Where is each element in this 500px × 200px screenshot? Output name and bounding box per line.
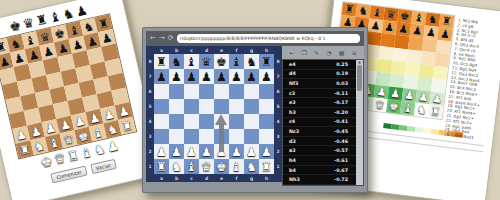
clear-button[interactable]: Vaciar [90,159,117,174]
eval-move: Nf3 [289,81,298,86]
square[interactable] [244,114,259,129]
eval-row[interactable]: c4-0.41 [283,118,356,128]
black-pawn: ♟ [384,21,395,33]
white-pawn: ♟ [376,86,387,98]
square[interactable]: ♟ [169,69,184,84]
black-king: ♚ [216,56,227,68]
white-bishop: ♝ [402,102,413,114]
black-knight: ♞ [358,5,369,17]
black-bishop: ♝ [413,12,424,24]
eval-move: e4 [289,62,296,67]
white-pawn[interactable]: ♟ [106,139,120,154]
square[interactable] [244,99,259,114]
black-bishop: ♝ [68,23,81,37]
white-pawn: ♟ [102,107,115,121]
black-knight: ♞ [171,56,182,68]
square[interactable]: ♟ [244,144,259,159]
square[interactable] [154,114,169,129]
black-bishop: ♝ [231,56,242,68]
white-pawn: ♟ [261,146,272,158]
black-pawn: ♟ [86,34,99,48]
square[interactable]: ♟ [244,69,259,84]
black-bishop: ♝ [186,56,197,68]
eval-row[interactable]: Nc3-0.45 [283,127,356,137]
square[interactable]: ♟ [184,144,199,159]
back-icon[interactable]: ← [289,49,294,56]
eval-move: b4 [289,168,296,173]
white-pawn: ♟ [171,146,182,158]
square[interactable]: ♝ [229,54,244,69]
eval-score: 0.25 [336,62,348,67]
black-pawn: ♟ [186,71,197,83]
square[interactable] [214,84,229,99]
white-bishop: ♝ [186,161,197,173]
rank-labels-right: 87654321 [274,54,282,174]
white-pawn: ♟ [59,118,72,132]
black-pawn: ♟ [201,71,212,83]
square[interactable]: ♟ [229,144,244,159]
coord-label: c [184,174,199,182]
black-pawn: ♟ [261,71,272,83]
square[interactable] [259,99,274,114]
eval-score: -0.20 [334,110,348,115]
eval-row[interactable]: e40.25 [283,60,356,70]
square[interactable]: ♜ [154,159,169,174]
white-knight: ♞ [171,161,182,173]
eval-row[interactable]: Nh3-0.72 [283,175,356,185]
white-pawn: ♟ [117,104,130,118]
eval-row[interactable]: b4-0.67 [283,166,356,176]
square[interactable]: ♟ [199,69,214,84]
coord-label: f [229,174,244,182]
black-pawn: ♟ [370,20,381,32]
white-king[interactable]: ♚ [39,154,53,169]
start-button[interactable]: Comenzar [50,166,87,184]
white-pawn: ♟ [404,89,415,101]
coord-label: b [169,174,184,182]
square[interactable] [259,114,274,129]
eval-score: -0.61 [334,158,348,163]
square[interactable] [169,129,184,144]
eval-score: -0.17 [334,100,348,105]
black-rook: ♜ [261,56,272,68]
file-labels-bottom: abcdefgh [154,174,274,182]
square[interactable]: ♟ [199,144,214,159]
eval-move: a3 [289,148,296,153]
square[interactable] [199,129,214,144]
white-pawn: ♟ [418,91,429,103]
eval-move: d4 [289,71,296,76]
white-rook: ♜ [120,119,133,133]
boards-icon[interactable]: ❐ [301,49,306,56]
black-pawn: ♟ [231,71,242,83]
square[interactable] [169,84,184,99]
white-knight: ♞ [33,139,46,153]
coord-label: 7 [274,69,282,84]
square[interactable] [229,129,244,144]
coord-label: 6 [274,84,282,99]
black-king: ♚ [399,10,410,22]
menu-icon[interactable]: ≡ [352,49,357,56]
white-bishop: ♝ [91,125,104,139]
white-queen: ♛ [374,99,385,111]
white-bishop: ♝ [47,135,60,149]
white-rook: ♜ [430,106,441,118]
black-queen: ♛ [201,56,212,68]
analysis-board[interactable]: ♜♞♝♛♚♝♞♜♟♟♟♟♟♟♟♟♟♟♟♟♟♟♟♟♜♞♝♛♚♝♞♜ [154,54,274,174]
eval-score: -0.41 [334,119,348,124]
white-rook: ♜ [18,142,31,156]
move-arrow-shaft [219,124,224,152]
square[interactable] [169,114,184,129]
clock-icon[interactable]: ◔ [326,49,331,56]
eval-score: 0.19 [336,71,348,76]
coord-label: h [259,174,274,182]
black-pawn: ♟ [398,23,409,35]
eval-move: h3 [289,110,296,115]
square[interactable] [229,84,244,99]
eval-score: -0.57 [334,148,348,153]
square[interactable] [199,84,214,99]
white-pawn: ♟ [156,146,167,158]
eval-score: -0.67 [334,168,348,173]
coord-label: 2 [274,144,282,159]
black-pawn: ♟ [216,71,227,83]
eval-score: -0.46 [334,139,348,144]
window-content: abcdefgh abcdefgh 87654321 87654321 ♜♞♝♛… [146,46,364,186]
square[interactable]: ♟ [259,69,274,84]
square[interactable] [199,114,214,129]
forward-icon[interactable]: → [159,35,165,42]
reload-icon[interactable]: ⟳ [168,35,174,42]
square[interactable] [229,99,244,114]
engine-eval-panel: e40.25d40.19Nf30.03c3-0.11e3-0.17h3-0.20… [282,59,364,186]
coord-label: 8 [146,54,154,69]
white-queen[interactable]: ♛ [53,151,67,166]
white-pawn: ♟ [44,121,57,135]
black-pawn: ♟ [42,44,55,58]
eval-move: Nh3 [289,177,300,182]
square[interactable]: ♞ [244,159,259,174]
analysis-board-frame: abcdefgh abcdefgh 87654321 87654321 ♜♞♝♛… [146,46,282,182]
square[interactable]: ♞ [169,54,184,69]
black-pawn: ♟ [171,71,182,83]
white-rook[interactable]: ♜ [66,148,80,163]
coord-label: 2 [146,144,154,159]
square[interactable] [259,84,274,99]
black-pawn: ♟ [439,28,450,40]
white-king: ♚ [216,161,227,173]
white-knight: ♞ [416,104,427,116]
coord-label: 3 [274,129,282,144]
square[interactable]: ♟ [184,69,199,84]
square[interactable] [169,99,184,114]
black-pawn: ♟ [12,51,25,65]
scrollbar[interactable]: ▲ [356,60,363,185]
white-king: ♚ [77,129,90,143]
eval-row[interactable]: a3-0.57 [283,146,356,156]
white-pawn: ♟ [15,128,28,142]
square[interactable]: ♝ [184,159,199,174]
eval-score: -0.45 [334,129,348,134]
square[interactable]: ♜ [428,104,443,119]
coord-label: 5 [146,99,154,114]
square[interactable] [244,84,259,99]
black-knight: ♞ [246,56,257,68]
square[interactable] [154,129,169,144]
square[interactable] [259,129,274,144]
square[interactable]: ♚ [214,159,229,174]
black-bishop[interactable]: ♝ [48,9,62,24]
coord-label: a [154,46,169,54]
black-rook: ♜ [97,16,110,30]
square[interactable]: ♜ [259,54,274,69]
black-pawn: ♟ [100,31,113,45]
black-knight[interactable]: ♞ [61,6,75,21]
coord-label: 3 [146,129,154,144]
eval-score: -0.11 [334,91,348,96]
white-knight[interactable]: ♞ [93,142,107,157]
black-pawn: ♟ [412,25,423,37]
scrollbar-thumb[interactable] [357,65,362,91]
white-pawn: ♟ [432,93,443,105]
black-queen: ♛ [38,30,51,44]
black-king: ♚ [53,26,66,40]
eval-row[interactable]: d3-0.46 [283,137,356,147]
black-knight: ♞ [9,37,22,51]
black-queen[interactable]: ♛ [21,16,35,31]
black-rook: ♜ [0,40,8,54]
back-icon[interactable]: ← [150,35,156,42]
square[interactable]: ♜ [259,159,274,174]
black-pawn: ♟ [56,41,69,55]
square[interactable]: ♟ [214,69,229,84]
black-pawn: ♟ [71,38,84,52]
chart-icon[interactable]: ▦ [339,49,345,56]
coord-label: 8 [274,54,282,69]
square[interactable] [154,84,169,99]
white-bishop: ♝ [231,161,242,173]
black-pawn: ♟ [426,27,437,39]
white-pawn: ♟ [88,111,101,125]
eval-row[interactable]: d40.19 [283,70,356,80]
square[interactable]: ♛ [199,159,214,174]
black-knight: ♞ [82,20,95,34]
coord-label: 4 [274,114,282,129]
black-pawn: ♟ [156,71,167,83]
square[interactable] [154,99,169,114]
black-rook: ♜ [156,56,167,68]
white-bishop[interactable]: ♝ [79,145,93,160]
square[interactable]: ♚ [214,54,229,69]
white-knight: ♞ [246,161,257,173]
eval-row[interactable]: e3-0.17 [283,98,356,108]
white-pawn: ♟ [231,146,242,158]
square[interactable]: ♟ [229,69,244,84]
square[interactable]: ♟ [154,69,169,84]
white-pawn: ♟ [201,146,212,158]
eval-move: e3 [289,100,296,105]
black-rook: ♜ [441,15,452,27]
coord-label: e [214,174,229,182]
eval-score: -0.72 [334,177,348,182]
browser-titlebar: ← → ⟳ rnbqkbnr/pppppppp/8/8/8/8/PPPPPPPP… [146,31,364,46]
black-bishop: ♝ [24,33,37,47]
black-pawn: ♟ [27,48,40,62]
black-king[interactable]: ♚ [8,19,22,34]
square[interactable] [184,114,199,129]
coord-label: 4 [146,114,154,129]
square[interactable]: ♟ [259,144,274,159]
white-queen: ♛ [201,161,212,173]
square[interactable] [214,99,229,114]
white-king: ♚ [388,101,399,113]
edit-icon[interactable]: ✎ [314,49,319,56]
eval-move: Nc3 [289,129,299,134]
coord-label: 7 [146,69,154,84]
coord-label: g [244,46,259,54]
white-queen: ♛ [62,132,75,146]
white-pawn: ♟ [73,114,86,128]
eval-row[interactable]: h4-0.61 [283,156,356,166]
square[interactable]: ♛ [199,54,214,69]
coord-label: f [229,46,244,54]
eval-row[interactable]: h3-0.20 [283,108,356,118]
square[interactable] [244,129,259,144]
engine-column: ←❐✎◔▦≡ e40.25d40.19Nf30.03c3-0.11e3-0.17… [282,46,364,186]
square[interactable]: ♝ [229,159,244,174]
coord-label: 1 [274,159,282,174]
black-pawn: ♟ [246,71,257,83]
square[interactable]: ♝ [184,54,199,69]
board-editor-card: ♚♛♜♝♞♟ ♜♞♝♛♚♝♞♜♟♟♟♟♟♟♟♟♟♟♟♟♟♟♟♟♜♞♝♛♚♝♞♜ … [0,0,163,200]
black-pawn: ♟ [0,55,11,69]
square[interactable] [229,114,244,129]
coord-label: d [199,174,214,182]
square[interactable]: ♜ [154,54,169,69]
black-queen: ♛ [385,9,396,21]
square[interactable] [184,129,199,144]
scroll-up-icon[interactable]: ▲ [358,60,361,64]
white-pawn: ♟ [390,88,401,100]
black-knight: ♞ [427,14,438,26]
coord-label: c [184,46,199,54]
white-pawn: ♟ [186,146,197,158]
eval-move: c3 [289,91,295,96]
coord-label: a [154,174,169,182]
coord-label: e [214,46,229,54]
white-pawn: ♟ [246,146,257,158]
coord-label: d [199,46,214,54]
eval-row[interactable]: Nf30.03 [283,79,356,89]
coord-label: 5 [274,99,282,114]
coord-label: h [259,46,274,54]
eval-score: 0.03 [336,81,348,86]
square[interactable]: ♟ [154,144,169,159]
white-knight: ♞ [106,122,119,136]
eval-move: c4 [289,119,295,124]
square[interactable]: ♟ [169,144,184,159]
toolbar: ←❐✎◔▦≡ [282,46,364,59]
file-labels-top: abcdefgh [154,46,274,54]
coord-label: 6 [146,84,154,99]
square[interactable] [184,99,199,114]
white-rook: ♜ [156,161,167,173]
black-bishop: ♝ [372,7,383,19]
eval-move: d3 [289,139,296,144]
analysis-window: ← → ⟳ rnbqkbnr/pppppppp/8/8/8/8/PPPPPPPP… [142,27,368,193]
coord-label: 1 [146,159,154,174]
promo-canvas: ♚♛♜♝♞♟ ♜♞♝♛♚♝♞♜♟♟♟♟♟♟♟♟♟♟♟♟♟♟♟♟♜♞♝♛♚♝♞♜ … [0,0,500,200]
square[interactable]: ♞ [169,159,184,174]
coord-label: b [169,46,184,54]
eval-move-list: e40.25d40.19Nf30.03c3-0.11e3-0.17h3-0.20… [283,60,356,185]
white-pawn: ♟ [29,124,42,138]
black-pawn[interactable]: ♟ [75,3,89,18]
eval-move: h4 [289,158,296,163]
eval-row[interactable]: c3-0.11 [283,89,356,99]
rank-labels-left: 87654321 [146,54,154,174]
square[interactable] [199,99,214,114]
address-bar[interactable]: rnbqkbnr/pppppppp/8/8/8/8/PPPPPPPP/RNBQK… [177,34,360,43]
square[interactable] [184,84,199,99]
black-rook: ♜ [344,3,355,15]
square[interactable]: ♞ [244,54,259,69]
black-rook[interactable]: ♜ [35,13,49,28]
white-rook: ♜ [261,161,272,173]
coord-label: g [244,174,259,182]
